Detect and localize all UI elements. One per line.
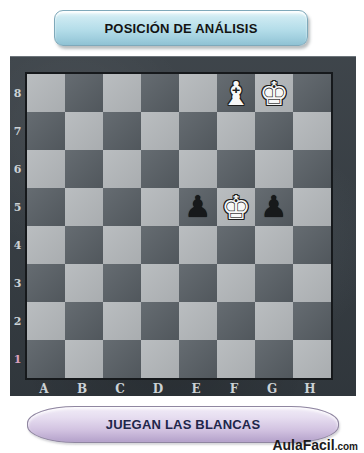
rank-label-6: 6 (10, 150, 25, 188)
file-label-a: A (25, 380, 63, 397)
square-c3 (103, 264, 141, 302)
turn-banner-label: JUEGAN LAS BLANCAS (106, 417, 261, 432)
square-a7 (27, 112, 65, 150)
square-g2 (255, 302, 293, 340)
square-f2 (217, 302, 255, 340)
square-g4 (255, 226, 293, 264)
square-d5 (141, 188, 179, 226)
square-a6 (27, 150, 65, 188)
black-pawn: ♟ (179, 188, 217, 226)
square-d1 (141, 340, 179, 378)
rank-label-2: 2 (10, 302, 25, 340)
square-f5: ♚ (217, 188, 255, 226)
square-g8: ♚ (255, 74, 293, 112)
square-h1 (293, 340, 331, 378)
file-label-b: B (63, 380, 101, 397)
square-g6 (255, 150, 293, 188)
square-f1 (217, 340, 255, 378)
square-b5 (65, 188, 103, 226)
white-bishop: ♝ (217, 74, 255, 112)
chess-board: ♝♚♟♚♟ 87654321 ABCDEFGH (10, 56, 356, 396)
square-c5 (103, 188, 141, 226)
square-b2 (65, 302, 103, 340)
rank-label-7: 7 (10, 112, 25, 150)
square-h7 (293, 112, 331, 150)
square-e6 (179, 150, 217, 188)
square-a3 (27, 264, 65, 302)
square-b6 (65, 150, 103, 188)
square-d4 (141, 226, 179, 264)
white-king: ♚ (255, 74, 293, 112)
brand-suffix: .com (335, 441, 358, 452)
square-c6 (103, 150, 141, 188)
lesson-page: POSICIÓN DE ANÁLISIS ♝♚♟♚♟ 87654321 ABCD… (0, 0, 364, 453)
file-label-c: C (101, 380, 139, 397)
square-c7 (103, 112, 141, 150)
square-e3 (179, 264, 217, 302)
brand-watermark: AulaFacil.com (272, 436, 358, 453)
rank-label-8: 8 (10, 74, 25, 112)
analysis-title-banner: POSICIÓN DE ANÁLISIS (54, 10, 308, 46)
square-g1 (255, 340, 293, 378)
square-e1 (179, 340, 217, 378)
file-label-d: D (139, 380, 177, 397)
square-h2 (293, 302, 331, 340)
square-f6 (217, 150, 255, 188)
square-e2 (179, 302, 217, 340)
square-d3 (141, 264, 179, 302)
square-a4 (27, 226, 65, 264)
white-king: ♚ (217, 188, 255, 226)
square-b3 (65, 264, 103, 302)
square-c4 (103, 226, 141, 264)
file-label-h: H (291, 380, 329, 397)
square-f7 (217, 112, 255, 150)
square-d2 (141, 302, 179, 340)
square-e5: ♟ (179, 188, 217, 226)
file-label-e: E (177, 380, 215, 397)
file-label-g: G (253, 380, 291, 397)
square-c1 (103, 340, 141, 378)
square-h5 (293, 188, 331, 226)
square-d7 (141, 112, 179, 150)
square-c8 (103, 74, 141, 112)
square-a1 (27, 340, 65, 378)
page-title: POSICIÓN DE ANÁLISIS (104, 21, 257, 36)
square-e4 (179, 226, 217, 264)
square-a2 (27, 302, 65, 340)
square-e8 (179, 74, 217, 112)
board-grid: ♝♚♟♚♟ (25, 72, 333, 380)
square-b7 (65, 112, 103, 150)
square-g5: ♟ (255, 188, 293, 226)
rank-label-4: 4 (10, 226, 25, 264)
square-h6 (293, 150, 331, 188)
square-h3 (293, 264, 331, 302)
square-g3 (255, 264, 293, 302)
square-h4 (293, 226, 331, 264)
square-f4 (217, 226, 255, 264)
square-d8 (141, 74, 179, 112)
brand-name: AulaFacil (272, 437, 334, 453)
file-label-f: F (215, 380, 253, 397)
square-b4 (65, 226, 103, 264)
square-b1 (65, 340, 103, 378)
square-f3 (217, 264, 255, 302)
rank-label-5: 5 (10, 188, 25, 226)
square-e7 (179, 112, 217, 150)
square-h8 (293, 74, 331, 112)
rank-label-1: 1 (10, 340, 25, 378)
rank-label-3: 3 (10, 264, 25, 302)
square-a8 (27, 74, 65, 112)
black-pawn: ♟ (255, 188, 293, 226)
square-f8: ♝ (217, 74, 255, 112)
square-b8 (65, 74, 103, 112)
square-g7 (255, 112, 293, 150)
square-a5 (27, 188, 65, 226)
square-c2 (103, 302, 141, 340)
square-d6 (141, 150, 179, 188)
